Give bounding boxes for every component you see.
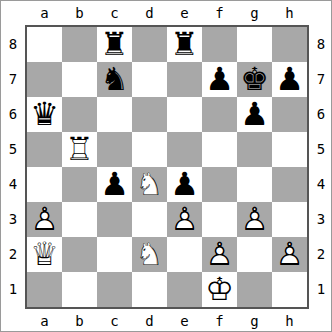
square-h1[interactable] — [272, 272, 307, 307]
black-rook-piece[interactable]: ♜ — [167, 27, 202, 62]
black-pawn-piece[interactable]: ♟ — [202, 62, 237, 97]
square-e5[interactable] — [167, 132, 202, 167]
square-f7[interactable]: ♟ — [202, 62, 237, 97]
piece-outline: ♖ — [62, 132, 97, 167]
file-label-top-c: c — [97, 1, 132, 25]
square-f6[interactable] — [202, 97, 237, 132]
black-pawn-piece[interactable]: ♟ — [97, 167, 132, 202]
square-a1[interactable] — [27, 272, 62, 307]
file-label-bottom-f: f — [202, 309, 237, 332]
square-d8[interactable] — [132, 27, 167, 62]
piece-glyph: ♟ — [237, 97, 272, 132]
rank-label-left-2: 2 — [1, 237, 25, 272]
square-e2[interactable] — [167, 237, 202, 272]
square-h7[interactable]: ♟ — [272, 62, 307, 97]
square-e6[interactable] — [167, 97, 202, 132]
white-pawn-piece[interactable]: ♟♙ — [202, 237, 237, 272]
rank-label-left-4: 4 — [1, 167, 25, 202]
square-b5[interactable]: ♜♖ — [62, 132, 97, 167]
square-f1[interactable]: ♚♔ — [202, 272, 237, 307]
rank-label-left-6: 6 — [1, 97, 25, 132]
rank-label-left-1: 1 — [1, 272, 25, 307]
square-c7[interactable]: ♞ — [97, 62, 132, 97]
file-label-bottom-c: c — [97, 309, 132, 332]
piece-glyph: ♟ — [167, 167, 202, 202]
file-label-top-e: e — [167, 1, 202, 25]
piece-outline: ♙ — [237, 202, 272, 237]
square-f2[interactable]: ♟♙ — [202, 237, 237, 272]
square-g5[interactable] — [237, 132, 272, 167]
square-b3[interactable] — [62, 202, 97, 237]
file-label-top-a: a — [27, 1, 62, 25]
square-f3[interactable] — [202, 202, 237, 237]
square-b8[interactable] — [62, 27, 97, 62]
square-b6[interactable] — [62, 97, 97, 132]
black-king-piece[interactable]: ♚ — [237, 62, 272, 97]
white-pawn-piece[interactable]: ♟♙ — [167, 202, 202, 237]
square-g2[interactable] — [237, 237, 272, 272]
file-label-bottom-b: b — [62, 309, 97, 332]
piece-glyph: ♜ — [167, 27, 202, 62]
square-e7[interactable] — [167, 62, 202, 97]
rank-label-right-5: 5 — [309, 132, 332, 167]
file-label-bottom-e: e — [167, 309, 202, 332]
square-a5[interactable] — [27, 132, 62, 167]
piece-outline: ♙ — [27, 202, 62, 237]
rank-label-right-7: 7 — [309, 62, 332, 97]
piece-glyph: ♟ — [202, 62, 237, 97]
piece-glyph: ♛ — [27, 97, 62, 132]
chess-diagram: ♜♜♞♟♚♟♛♟♜♖♟♞♘♟♟♙♟♙♟♙♛♕♞♘♟♙♟♙♚♔ aabbccdde… — [0, 0, 332, 332]
rank-label-left-5: 5 — [1, 132, 25, 167]
piece-outline: ♙ — [202, 237, 237, 272]
square-h6[interactable] — [272, 97, 307, 132]
square-g8[interactable] — [237, 27, 272, 62]
white-pawn-piece[interactable]: ♟♙ — [272, 237, 307, 272]
file-label-bottom-a: a — [27, 309, 62, 332]
square-d6[interactable] — [132, 97, 167, 132]
square-d3[interactable] — [132, 202, 167, 237]
square-h5[interactable] — [272, 132, 307, 167]
piece-outline: ♙ — [167, 202, 202, 237]
white-queen-piece[interactable]: ♛♕ — [27, 237, 62, 272]
rank-label-right-4: 4 — [309, 167, 332, 202]
rank-label-right-3: 3 — [309, 202, 332, 237]
square-e3[interactable]: ♟♙ — [167, 202, 202, 237]
rank-label-right-6: 6 — [309, 97, 332, 132]
square-b7[interactable] — [62, 62, 97, 97]
piece-outline: ♔ — [202, 272, 237, 307]
square-h8[interactable] — [272, 27, 307, 62]
black-pawn-piece[interactable]: ♟ — [272, 62, 307, 97]
rank-label-left-3: 3 — [1, 202, 25, 237]
black-pawn-piece[interactable]: ♟ — [167, 167, 202, 202]
rank-label-right-1: 1 — [309, 272, 332, 307]
square-f4[interactable] — [202, 167, 237, 202]
rank-label-right-2: 2 — [309, 237, 332, 272]
white-knight-piece[interactable]: ♞♘ — [132, 167, 167, 202]
square-g6[interactable]: ♟ — [237, 97, 272, 132]
piece-outline: ♕ — [27, 237, 62, 272]
piece-outline: ♘ — [132, 237, 167, 272]
file-label-top-h: h — [272, 1, 307, 25]
square-e1[interactable] — [167, 272, 202, 307]
white-pawn-piece[interactable]: ♟♙ — [27, 202, 62, 237]
square-c4[interactable]: ♟ — [97, 167, 132, 202]
rank-label-right-8: 8 — [309, 27, 332, 62]
black-pawn-piece[interactable]: ♟ — [237, 97, 272, 132]
square-g3[interactable]: ♟♙ — [237, 202, 272, 237]
square-h3[interactable] — [272, 202, 307, 237]
white-pawn-piece[interactable]: ♟♙ — [237, 202, 272, 237]
square-a7[interactable] — [27, 62, 62, 97]
black-rook-piece[interactable]: ♜ — [97, 27, 132, 62]
square-g1[interactable] — [237, 272, 272, 307]
piece-glyph: ♟ — [97, 167, 132, 202]
square-c2[interactable] — [97, 237, 132, 272]
square-c8[interactable]: ♜ — [97, 27, 132, 62]
square-a6[interactable]: ♛ — [27, 97, 62, 132]
square-a4[interactable] — [27, 167, 62, 202]
piece-glyph: ♟ — [272, 62, 307, 97]
square-d4[interactable]: ♞♘ — [132, 167, 167, 202]
square-c3[interactable] — [97, 202, 132, 237]
file-label-top-b: b — [62, 1, 97, 25]
black-knight-piece[interactable]: ♞ — [97, 62, 132, 97]
square-g4[interactable] — [237, 167, 272, 202]
rank-label-left-8: 8 — [1, 27, 25, 62]
rank-label-left-7: 7 — [1, 62, 25, 97]
square-a3[interactable]: ♟♙ — [27, 202, 62, 237]
file-label-bottom-g: g — [237, 309, 272, 332]
square-e8[interactable]: ♜ — [167, 27, 202, 62]
square-d1[interactable] — [132, 272, 167, 307]
file-label-top-g: g — [237, 1, 272, 25]
square-d5[interactable] — [132, 132, 167, 167]
square-a8[interactable] — [27, 27, 62, 62]
square-g7[interactable]: ♚ — [237, 62, 272, 97]
piece-outline: ♙ — [272, 237, 307, 272]
square-f5[interactable] — [202, 132, 237, 167]
white-rook-piece[interactable]: ♜♖ — [62, 132, 97, 167]
file-label-bottom-h: h — [272, 309, 307, 332]
square-d7[interactable] — [132, 62, 167, 97]
square-h2[interactable]: ♟♙ — [272, 237, 307, 272]
square-c6[interactable] — [97, 97, 132, 132]
file-label-top-f: f — [202, 1, 237, 25]
square-b2[interactable] — [62, 237, 97, 272]
square-b4[interactable] — [62, 167, 97, 202]
square-e4[interactable]: ♟ — [167, 167, 202, 202]
white-knight-piece[interactable]: ♞♘ — [132, 237, 167, 272]
square-c1[interactable] — [97, 272, 132, 307]
piece-glyph: ♜ — [97, 27, 132, 62]
file-label-top-d: d — [132, 1, 167, 25]
piece-glyph: ♚ — [237, 62, 272, 97]
file-label-bottom-d: d — [132, 309, 167, 332]
square-c5[interactable] — [97, 132, 132, 167]
square-h4[interactable] — [272, 167, 307, 202]
square-a2[interactable]: ♛♕ — [27, 237, 62, 272]
square-b1[interactable] — [62, 272, 97, 307]
square-f8[interactable] — [202, 27, 237, 62]
piece-glyph: ♞ — [97, 62, 132, 97]
white-king-piece[interactable]: ♚♔ — [202, 272, 237, 307]
black-queen-piece[interactable]: ♛ — [27, 97, 62, 132]
piece-outline: ♘ — [132, 167, 167, 202]
chess-board: ♜♜♞♟♚♟♛♟♜♖♟♞♘♟♟♙♟♙♟♙♛♕♞♘♟♙♟♙♚♔ — [25, 25, 309, 309]
square-d2[interactable]: ♞♘ — [132, 237, 167, 272]
